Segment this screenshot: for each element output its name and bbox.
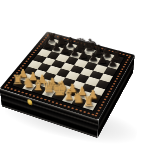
chess-case: ♜♞♝♛♚♝♞♜♟♟♟♟♟♟♟♟♟♟♟♟♟♟♟♟♜♞♝♛♚♝♞♜: [0, 32, 135, 120]
black-pawn-e7[interactable]: ♟: [78, 49, 88, 60]
black-pawn-h7[interactable]: ♟: [107, 57, 117, 68]
chess-set-product-photo: ♜♞♝♛♚♝♞♜♟♟♟♟♟♟♟♟♟♟♟♟♟♟♟♟♜♞♝♛♚♝♞♜: [0, 0, 150, 150]
white-rook-h1[interactable]: ♜: [82, 95, 93, 108]
scene: ♜♞♝♛♚♝♞♜♟♟♟♟♟♟♟♟♟♟♟♟♟♟♟♟♜♞♝♛♚♝♞♜: [0, 0, 150, 150]
black-pawn-g7[interactable]: ♟: [97, 54, 107, 65]
white-knight-g1[interactable]: ♞: [72, 91, 83, 105]
gold-latch-icon: [27, 99, 32, 106]
